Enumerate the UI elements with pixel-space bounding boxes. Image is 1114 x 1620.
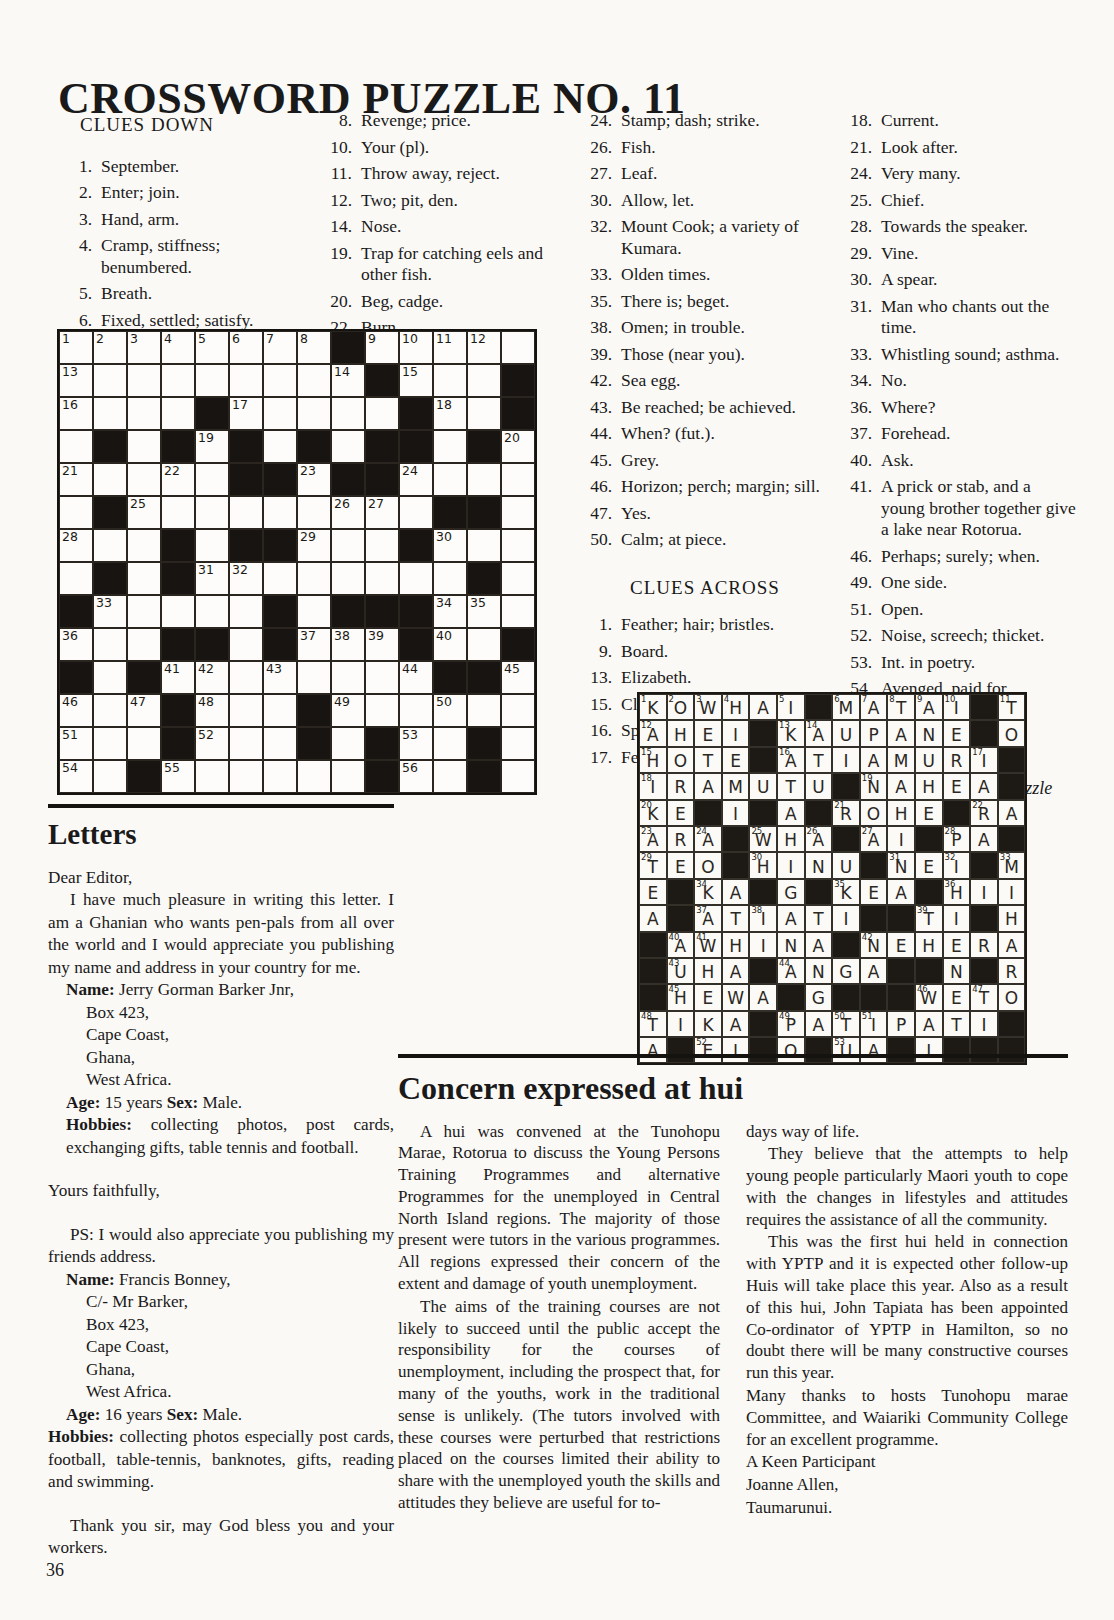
cell-number: 7	[266, 332, 274, 346]
article-paragraph: They believe that the attempts to help y…	[746, 1143, 1068, 1230]
cell-number: 47	[130, 695, 146, 709]
white-cell: 46	[59, 694, 93, 727]
white-cell	[399, 562, 433, 595]
solution-letter: A	[978, 832, 990, 849]
clue-item: 33.Whistling sound; asthma.	[840, 344, 1076, 366]
clue-text: Man who chants out the time.	[872, 296, 1076, 339]
solution-letter: E	[923, 806, 934, 823]
white-cell	[365, 529, 399, 562]
solution-letter: A	[730, 1017, 742, 1034]
solution-letter: A	[895, 727, 907, 744]
solution-letter-cell: 14A	[805, 720, 833, 746]
cell-number: 20	[504, 431, 520, 445]
solution-letter-cell: T	[943, 1011, 971, 1037]
solution-cell-number: 42	[862, 932, 873, 942]
black-cell	[467, 496, 501, 529]
solution-letter-cell: U	[915, 747, 943, 773]
solution-letter-cell: H	[722, 932, 750, 958]
white-cell: 13	[59, 364, 93, 397]
clue-item: 45.Grey.	[580, 450, 830, 472]
cell-number: 31	[198, 563, 214, 577]
white-cell	[195, 364, 229, 397]
solution-letter: U	[923, 753, 935, 770]
solution-black-cell	[805, 800, 833, 826]
solution-letter-cell: 37A	[694, 905, 722, 931]
cell-number: 8	[300, 332, 308, 346]
solution-cell-number: 20	[641, 800, 652, 810]
white-cell	[501, 595, 535, 628]
black-cell	[365, 463, 399, 496]
solution-letter-cell: 35K	[832, 879, 860, 905]
solution-letter-cell: A	[722, 958, 750, 984]
solution-letter-cell: N	[805, 852, 833, 878]
clue-number: 50.	[580, 529, 612, 551]
letter-text: West Africa.	[86, 1070, 171, 1089]
clue-number: 20.	[320, 291, 352, 313]
clue-number: 26.	[580, 137, 612, 159]
solution-letter: O	[1005, 727, 1018, 744]
black-cell	[93, 430, 127, 463]
black-cell	[399, 628, 433, 661]
solution-letter-cell: R	[943, 747, 971, 773]
cell-number: 16	[62, 398, 78, 412]
cell-number: 50	[436, 695, 452, 709]
clue-number: 46.	[840, 546, 872, 568]
solution-black-cell	[915, 826, 943, 852]
cell-number: 43	[266, 662, 282, 676]
solution-letter: W	[700, 700, 717, 717]
solution-letter-cell: A	[722, 1011, 750, 1037]
clue-item: 30.Allow, let.	[580, 190, 830, 212]
clue-number: 18.	[840, 110, 872, 132]
clue-number: 30.	[580, 190, 612, 212]
solution-letter: E	[951, 990, 962, 1007]
white-cell: 55	[161, 760, 195, 793]
solution-letter: G	[812, 990, 825, 1007]
solution-letter-cell: 47T	[970, 984, 998, 1010]
solution-letter-cell: N	[915, 720, 943, 746]
clue-text: Those (near you).	[612, 344, 745, 366]
white-cell: 7	[263, 331, 297, 364]
cell-number: 38	[334, 629, 350, 643]
cell-number: 34	[436, 596, 452, 610]
solution-letter: A	[923, 1017, 935, 1034]
white-cell: 9	[365, 331, 399, 364]
clue-number: 6.	[60, 310, 92, 332]
cell-number: 27	[368, 497, 384, 511]
solution-letter: A	[868, 753, 880, 770]
white-cell	[93, 661, 127, 694]
clue-item: 5.Breath.	[60, 283, 314, 305]
clue-number: 8.	[320, 110, 352, 132]
white-cell: 53	[399, 727, 433, 760]
clue-number: 21.	[840, 137, 872, 159]
white-cell	[93, 760, 127, 793]
letter-line: Name: Francis Bonney,	[48, 1269, 394, 1292]
clue-number: 15.	[580, 694, 612, 716]
solution-cell-number: 6	[834, 694, 839, 704]
cell-number: 17	[232, 398, 248, 412]
white-cell	[93, 628, 127, 661]
crossword-grid-puzzle-11: 1234567891011121314151617181920212223242…	[57, 329, 537, 795]
white-cell: 27	[365, 496, 399, 529]
solution-letter: O	[674, 753, 687, 770]
letter-line: Ghana,	[48, 1359, 394, 1382]
clue-text: Throw away, reject.	[352, 163, 500, 185]
letter-label: Sex:	[167, 1093, 199, 1112]
solution-black-cell	[639, 984, 667, 1010]
solution-letter: E	[923, 859, 934, 876]
white-cell	[127, 529, 161, 562]
solution-letter: A	[813, 1017, 825, 1034]
solution-letter-cell: I	[832, 905, 860, 931]
cell-number: 45	[504, 662, 520, 676]
solution-letter-cell: 48T	[639, 1011, 667, 1037]
solution-letter: I	[733, 806, 738, 823]
black-cell	[399, 430, 433, 463]
cell-number: 29	[300, 530, 316, 544]
white-cell	[127, 463, 161, 496]
solution-letter: E	[868, 885, 879, 902]
cell-number: 3	[130, 332, 138, 346]
solution-letter-cell: 29T	[639, 852, 667, 878]
white-cell	[229, 364, 263, 397]
black-cell	[467, 727, 501, 760]
clue-text: Ask.	[872, 450, 914, 472]
black-cell	[297, 727, 331, 760]
white-cell	[501, 760, 535, 793]
white-cell: 24	[399, 463, 433, 496]
clue-text: Whistling sound; asthma.	[872, 344, 1059, 366]
solution-letter-cell: A	[749, 984, 777, 1010]
letters-section: Letters Dear Editor,I have much pleasure…	[48, 804, 394, 1560]
cell-number: 15	[402, 365, 418, 379]
clue-text: One side.	[872, 572, 947, 594]
white-cell: 49	[331, 694, 365, 727]
clue-item: 3.Hand, arm.	[60, 209, 314, 231]
black-cell	[365, 595, 399, 628]
solution-letter: A	[813, 938, 825, 955]
clue-text: Horizon; perch; margin; sill.	[612, 476, 820, 498]
solution-black-cell	[998, 773, 1026, 799]
solution-letter-cell: I	[749, 932, 777, 958]
solution-black-cell	[970, 694, 998, 720]
clue-number: 19.	[320, 243, 352, 286]
white-cell: 56	[399, 760, 433, 793]
clue-item: 19.Trap for catching eels and other fish…	[320, 243, 572, 286]
letter-line: Box 423,	[48, 1002, 394, 1025]
clue-item: 41.A prick or stab, and a young brother …	[840, 476, 1076, 541]
clue-number: 13.	[580, 667, 612, 689]
white-cell: 23	[297, 463, 331, 496]
solution-cell-number: 10	[945, 694, 956, 704]
white-cell: 42	[195, 661, 229, 694]
letter-line	[48, 1159, 394, 1180]
solution-letter: H	[1005, 911, 1018, 928]
letter-line: Cape Coast,	[48, 1336, 394, 1359]
white-cell	[59, 430, 93, 463]
letter-label: Age:	[66, 1405, 100, 1424]
solution-letter: H	[784, 832, 797, 849]
clue-number: 5.	[60, 283, 92, 305]
white-cell	[229, 661, 263, 694]
solution-letter: U	[840, 727, 852, 744]
white-cell	[433, 760, 467, 793]
clue-number: 32.	[580, 216, 612, 259]
solution-cell-number: 36	[945, 879, 956, 889]
solution-cell-number: 3	[696, 694, 701, 704]
black-cell	[263, 529, 297, 562]
cell-number: 13	[62, 365, 78, 379]
cell-number: 33	[96, 596, 112, 610]
solution-letter-cell: E	[943, 773, 971, 799]
black-cell	[399, 397, 433, 430]
solution-cell-number: 31	[889, 852, 900, 862]
white-cell	[263, 496, 297, 529]
letter-body: Dear Editor,I have much pleasure in writ…	[48, 867, 394, 1560]
solution-letter-cell: A	[887, 879, 915, 905]
solution-letter-cell: 1K	[639, 694, 667, 720]
clue-text: Hand, arm.	[92, 209, 179, 231]
solution-letter-cell: G	[777, 879, 805, 905]
letter-label: Hobbies:	[48, 1427, 114, 1446]
white-cell	[297, 760, 331, 793]
cell-number: 36	[62, 629, 78, 643]
solution-letter-cell: I	[970, 879, 998, 905]
solution-black-cell	[970, 720, 998, 746]
clue-number: 33.	[580, 264, 612, 286]
clue-text: Fish.	[612, 137, 656, 159]
white-cell	[501, 463, 535, 496]
section-rule	[398, 1054, 1068, 1058]
clue-text: September.	[92, 156, 179, 178]
article-title: Concern expressed at hui	[398, 1070, 1068, 1107]
solution-black-cell	[722, 826, 750, 852]
letter-line: Ghana,	[48, 1047, 394, 1070]
clue-item: 24.Stamp; dash; strike.	[580, 110, 830, 132]
solution-letter-cell: A	[805, 932, 833, 958]
clue-text: Very many.	[872, 163, 961, 185]
solution-letter-cell: 17I	[970, 747, 998, 773]
solution-letter-cell: T	[777, 773, 805, 799]
white-cell	[399, 694, 433, 727]
solution-letter: I	[1009, 885, 1014, 902]
solution-letter-cell: A	[998, 932, 1026, 958]
white-cell: 10	[399, 331, 433, 364]
solution-black-cell	[749, 879, 777, 905]
solution-letter-cell: E	[943, 932, 971, 958]
white-cell	[297, 397, 331, 430]
clue-number: 49.	[840, 572, 872, 594]
solution-letter-cell: 22R	[970, 800, 998, 826]
white-cell: 16	[59, 397, 93, 430]
letter-text: I have much pleasure in writing this let…	[48, 890, 394, 977]
clue-text: Grey.	[612, 450, 659, 472]
solution-letter-cell: E	[915, 800, 943, 826]
black-cell	[331, 595, 365, 628]
letter-line: Age: 15 years Sex: Male.	[48, 1092, 394, 1115]
black-cell	[331, 331, 365, 364]
white-cell	[501, 727, 535, 760]
letter-line: Hobbies: collecting photos, post cards, …	[48, 1114, 394, 1159]
letter-label: Hobbies:	[66, 1115, 132, 1134]
solution-letter: E	[647, 885, 658, 902]
solution-black-cell	[805, 879, 833, 905]
solution-letter: E	[951, 938, 962, 955]
letter-line	[48, 1494, 394, 1515]
black-cell	[263, 628, 297, 661]
solution-letter-cell: P	[860, 720, 888, 746]
solution-letter-cell: 33M	[998, 852, 1026, 878]
white-cell: 45	[501, 661, 535, 694]
white-cell: 54	[59, 760, 93, 793]
letter-line: Age: 16 years Sex: Male.	[48, 1404, 394, 1427]
solution-letter-cell: 19N	[860, 773, 888, 799]
solution-letter-cell: 43U	[667, 958, 695, 984]
solution-letter: I	[981, 1017, 986, 1034]
black-cell	[263, 595, 297, 628]
white-cell	[195, 595, 229, 628]
clue-number: 9.	[580, 641, 612, 663]
solution-black-cell	[639, 958, 667, 984]
solution-letter: H	[729, 938, 742, 955]
solution-letter: A	[757, 700, 769, 717]
white-cell: 34	[433, 595, 467, 628]
solution-letter-cell: 45H	[667, 984, 695, 1010]
white-cell	[93, 727, 127, 760]
solution-cell-number: 45	[669, 984, 680, 994]
article-paragraph: Taumarunui.	[746, 1497, 1068, 1519]
solution-letter-cell: H	[915, 932, 943, 958]
clue-text: Fixed, settled; satisfy.	[92, 310, 253, 332]
solution-letter-cell: A	[970, 773, 998, 799]
solution-cell-number: 43	[669, 958, 680, 968]
clue-text: When? (fut.).	[612, 423, 715, 445]
solution-cell-number: 33	[1000, 852, 1011, 862]
solution-letter-cell: 39T	[915, 905, 943, 931]
white-cell	[229, 496, 263, 529]
solution-letter: U	[757, 779, 769, 796]
solution-letter-cell: I	[998, 879, 1026, 905]
letter-line: Thank you sir, may God bless you and you…	[48, 1515, 394, 1560]
solution-cell-number: 38	[751, 905, 762, 915]
letter-line: Box 423,	[48, 1314, 394, 1337]
black-cell	[467, 661, 501, 694]
clue-item: 33.Olden times.	[580, 264, 830, 286]
solution-black-cell	[943, 800, 971, 826]
white-cell: 15	[399, 364, 433, 397]
clue-item: 18.Current.	[840, 110, 1076, 132]
white-cell	[93, 364, 127, 397]
solution-letter: U	[812, 779, 824, 796]
cell-number: 21	[62, 464, 78, 478]
white-cell: 14	[331, 364, 365, 397]
cell-number: 18	[436, 398, 452, 412]
solution-letter-cell: 6M	[832, 694, 860, 720]
white-cell	[331, 727, 365, 760]
white-cell	[297, 595, 331, 628]
white-cell	[93, 463, 127, 496]
solution-cell-number: 1	[641, 694, 646, 704]
clue-text: Your (pl).	[352, 137, 429, 159]
clue-text: Enter; join.	[92, 182, 180, 204]
white-cell: 1	[59, 331, 93, 364]
clue-item: 1.Feather; hair; bristles.	[580, 614, 830, 636]
clue-number: 33.	[840, 344, 872, 366]
clue-item: 34.No.	[840, 370, 1076, 392]
clue-item: 29.Vine.	[840, 243, 1076, 265]
clue-number: 38.	[580, 317, 612, 339]
solution-letter: E	[703, 990, 714, 1007]
clue-item: 32.Mount Cook; a variety of Kumara.	[580, 216, 830, 259]
black-cell	[399, 529, 433, 562]
white-cell	[127, 595, 161, 628]
solution-black-cell	[915, 879, 943, 905]
clue-number: 47.	[580, 503, 612, 525]
clue-number: 34.	[840, 370, 872, 392]
article-paragraph: The aims of the training courses are not…	[398, 1296, 720, 1514]
clue-item: 13.Elizabeth.	[580, 667, 830, 689]
white-cell	[467, 364, 501, 397]
clue-number: 1.	[580, 614, 612, 636]
clue-item: 10.Your (pl).	[320, 137, 572, 159]
white-cell: 43	[263, 661, 297, 694]
white-cell	[263, 760, 297, 793]
solution-letter: W	[727, 990, 744, 1007]
clue-item: 39.Those (near you).	[580, 344, 830, 366]
solution-cell-number: 29	[641, 852, 652, 862]
solution-black-cell	[970, 905, 998, 931]
clue-item: 40.Ask.	[840, 450, 1076, 472]
letter-label: Name:	[66, 980, 115, 999]
white-cell: 37	[297, 628, 331, 661]
white-cell: 50	[433, 694, 467, 727]
solution-letter-cell: A	[887, 773, 915, 799]
solution-cell-number: 8	[889, 694, 894, 704]
article-paragraph: A Keen Participant	[746, 1451, 1068, 1473]
solution-cell-number: 41	[696, 932, 707, 942]
black-cell	[365, 364, 399, 397]
solution-letter-cell: 24A	[694, 826, 722, 852]
white-cell: 26	[331, 496, 365, 529]
clue-item: 20.Beg, cadge.	[320, 291, 572, 313]
solution-letter-cell: T	[805, 905, 833, 931]
clue-item: 28.Towards the speaker.	[840, 216, 1076, 238]
solution-cell-number: 47	[972, 984, 983, 994]
clue-number: 46.	[580, 476, 612, 498]
clue-item: 51.Open.	[840, 599, 1076, 621]
solution-letter-cell: H	[694, 958, 722, 984]
solution-letter: A	[1006, 806, 1018, 823]
solution-letter-cell: 7A	[860, 694, 888, 720]
solution-letter: O	[674, 700, 687, 717]
clue-number: 29.	[840, 243, 872, 265]
solution-black-cell	[887, 984, 915, 1010]
white-cell	[263, 562, 297, 595]
white-cell	[161, 595, 195, 628]
clue-number: 11.	[320, 163, 352, 185]
solution-letter-cell: I	[832, 747, 860, 773]
white-cell	[195, 463, 229, 496]
white-cell	[263, 727, 297, 760]
solution-letter-cell: A	[970, 826, 998, 852]
solution-letter-cell: M	[722, 773, 750, 799]
solution-letter-cell: N	[943, 958, 971, 984]
solution-letter-cell: E	[639, 879, 667, 905]
black-cell	[161, 562, 195, 595]
solution-letter-cell: 28P	[943, 826, 971, 852]
clue-text: Vine.	[872, 243, 918, 265]
